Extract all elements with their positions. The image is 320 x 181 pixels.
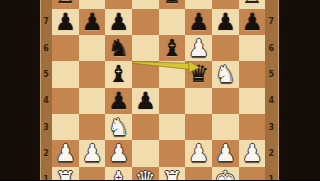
square-f7: ♟ bbox=[185, 9, 212, 35]
black-pawn-piece: ♟ bbox=[52, 9, 79, 35]
square-d7 bbox=[132, 9, 159, 35]
video-frame-letterbox: ♜♚♜♟♟♟♟♟♟♞♝♟♝♛♞♟♟♞♟♟♟♟♟♟♜♝♛♜♚ 7654321765… bbox=[0, 0, 320, 180]
square-h6 bbox=[239, 35, 266, 61]
square-h3 bbox=[239, 114, 266, 140]
square-a4 bbox=[52, 88, 79, 114]
square-a6 bbox=[52, 35, 79, 61]
square-g6 bbox=[212, 35, 239, 61]
square-g8 bbox=[212, 0, 239, 9]
square-a8: ♜ bbox=[52, 0, 79, 9]
white-rook-piece: ♜ bbox=[52, 167, 79, 181]
black-knight-piece: ♞ bbox=[105, 35, 132, 61]
square-h5 bbox=[239, 61, 266, 87]
black-pawn-piece: ♟ bbox=[185, 9, 212, 35]
square-h7: ♟ bbox=[239, 9, 266, 35]
black-rook-piece: ♜ bbox=[239, 0, 266, 9]
square-b4 bbox=[79, 88, 106, 114]
square-c2: ♟ bbox=[105, 140, 132, 166]
rank-label-left-3: 3 bbox=[41, 123, 52, 132]
white-pawn-piece: ♟ bbox=[185, 140, 212, 166]
white-pawn-piece: ♟ bbox=[52, 140, 79, 166]
square-h4 bbox=[239, 88, 266, 114]
rank-label-left-7: 7 bbox=[41, 17, 52, 26]
square-a5 bbox=[52, 61, 79, 87]
white-bishop-piece: ♝ bbox=[105, 167, 132, 181]
white-queen-piece: ♛ bbox=[132, 167, 159, 181]
square-g1: ♚ bbox=[212, 167, 239, 181]
square-f3 bbox=[185, 114, 212, 140]
square-a1: ♜ bbox=[52, 167, 79, 181]
square-c5: ♝ bbox=[105, 61, 132, 87]
rank-label-right-7: 7 bbox=[266, 17, 277, 26]
square-g2: ♟ bbox=[212, 140, 239, 166]
square-a2: ♟ bbox=[52, 140, 79, 166]
black-bishop-piece: ♝ bbox=[159, 35, 186, 61]
black-pawn-piece: ♟ bbox=[212, 9, 239, 35]
white-pawn-piece: ♟ bbox=[239, 140, 266, 166]
square-c6: ♞ bbox=[105, 35, 132, 61]
square-e6: ♝ bbox=[159, 35, 186, 61]
square-g5: ♞ bbox=[212, 61, 239, 87]
square-h1 bbox=[239, 167, 266, 181]
white-pawn-piece: ♟ bbox=[105, 140, 132, 166]
black-bishop-piece: ♝ bbox=[105, 61, 132, 87]
black-rook-piece: ♜ bbox=[52, 0, 79, 9]
black-pawn-piece: ♟ bbox=[132, 88, 159, 114]
square-g4 bbox=[212, 88, 239, 114]
white-pawn-piece: ♟ bbox=[212, 140, 239, 166]
square-b8 bbox=[79, 0, 106, 9]
square-e7 bbox=[159, 9, 186, 35]
square-c3: ♞ bbox=[105, 114, 132, 140]
rank-label-left-4: 4 bbox=[41, 96, 52, 105]
black-pawn-piece: ♟ bbox=[239, 9, 266, 35]
square-h2: ♟ bbox=[239, 140, 266, 166]
square-b1 bbox=[79, 167, 106, 181]
black-pawn-piece: ♟ bbox=[105, 88, 132, 114]
square-b6 bbox=[79, 35, 106, 61]
rank-label-left-5: 5 bbox=[41, 70, 52, 79]
square-e8: ♚ bbox=[159, 0, 186, 9]
square-a7: ♟ bbox=[52, 9, 79, 35]
square-g3 bbox=[212, 114, 239, 140]
square-d6 bbox=[132, 35, 159, 61]
white-rook-piece: ♜ bbox=[159, 167, 186, 181]
black-pawn-piece: ♟ bbox=[79, 9, 106, 35]
square-d3 bbox=[132, 114, 159, 140]
square-f8 bbox=[185, 0, 212, 9]
rank-label-right-4: 4 bbox=[266, 96, 277, 105]
square-c7: ♟ bbox=[105, 9, 132, 35]
black-pawn-piece: ♟ bbox=[105, 9, 132, 35]
rank-label-right-3: 3 bbox=[266, 123, 277, 132]
chess-board: ♜♚♜♟♟♟♟♟♟♞♝♟♝♛♞♟♟♞♟♟♟♟♟♟♜♝♛♜♚ bbox=[52, 0, 265, 180]
square-e4 bbox=[159, 88, 186, 114]
square-f6: ♟ bbox=[185, 35, 212, 61]
white-knight-piece: ♞ bbox=[212, 61, 239, 87]
rank-label-left-2: 2 bbox=[41, 149, 52, 158]
white-knight-piece: ♞ bbox=[105, 114, 132, 140]
white-pawn-piece: ♟ bbox=[185, 35, 212, 61]
square-e5 bbox=[159, 61, 186, 87]
square-e1: ♜ bbox=[159, 167, 186, 181]
square-d5 bbox=[132, 61, 159, 87]
square-b5 bbox=[79, 61, 106, 87]
square-b7: ♟ bbox=[79, 9, 106, 35]
square-d8 bbox=[132, 0, 159, 9]
square-f2: ♟ bbox=[185, 140, 212, 166]
rank-label-right-6: 6 bbox=[266, 44, 277, 53]
black-king-piece: ♚ bbox=[159, 0, 186, 9]
square-a3 bbox=[52, 114, 79, 140]
white-king-piece: ♚ bbox=[212, 167, 239, 181]
square-c4: ♟ bbox=[105, 88, 132, 114]
square-d4: ♟ bbox=[132, 88, 159, 114]
rank-label-right-5: 5 bbox=[266, 70, 277, 79]
square-c1: ♝ bbox=[105, 167, 132, 181]
square-d2 bbox=[132, 140, 159, 166]
square-c8 bbox=[105, 0, 132, 9]
rank-label-right-2: 2 bbox=[266, 149, 277, 158]
square-f5: ♛ bbox=[185, 61, 212, 87]
white-pawn-piece: ♟ bbox=[79, 140, 106, 166]
rank-label-left-6: 6 bbox=[41, 44, 52, 53]
square-e2 bbox=[159, 140, 186, 166]
black-queen-piece: ♛ bbox=[185, 61, 212, 87]
square-f4 bbox=[185, 88, 212, 114]
rank-label-left-1: 1 bbox=[41, 175, 52, 180]
square-b2: ♟ bbox=[79, 140, 106, 166]
square-e3 bbox=[159, 114, 186, 140]
square-b3 bbox=[79, 114, 106, 140]
rank-label-right-1: 1 bbox=[266, 175, 277, 180]
square-f1 bbox=[185, 167, 212, 181]
square-h8: ♜ bbox=[239, 0, 266, 9]
square-g7: ♟ bbox=[212, 9, 239, 35]
square-d1: ♛ bbox=[132, 167, 159, 181]
